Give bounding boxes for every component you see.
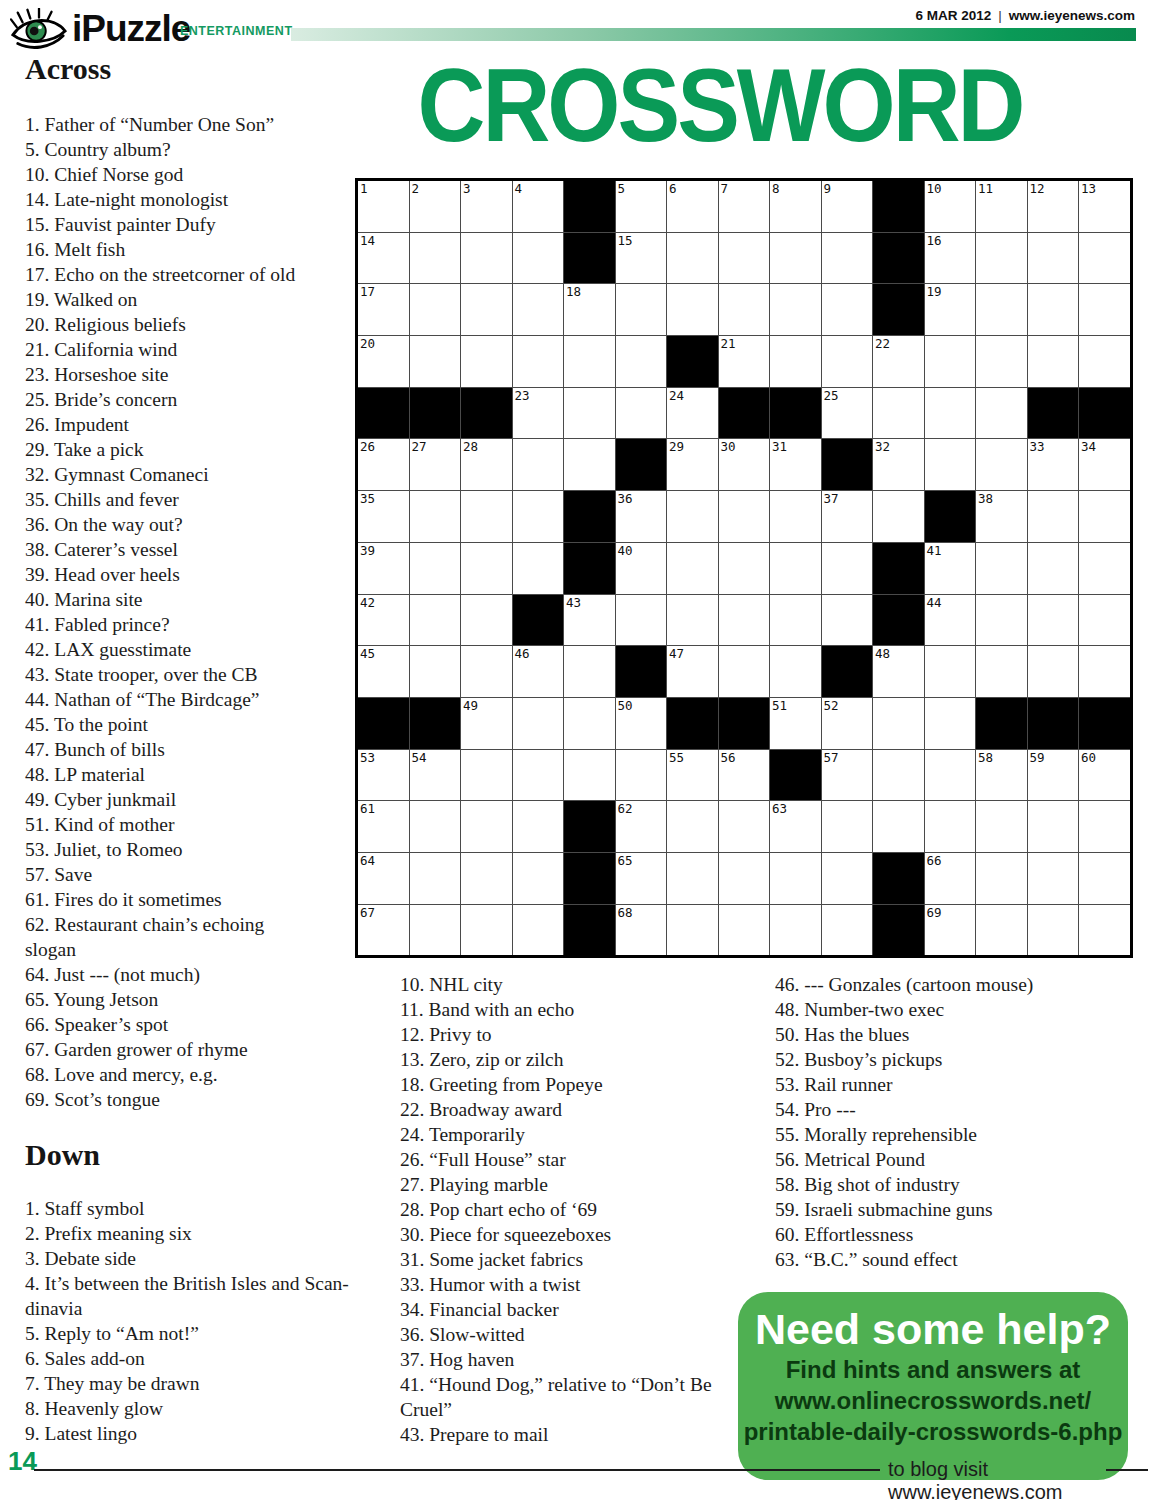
header-gradient-bar xyxy=(291,28,1136,41)
white-cell[interactable] xyxy=(513,284,564,335)
white-cell[interactable]: 17 xyxy=(358,284,409,335)
white-cell[interactable]: 18 xyxy=(564,284,615,335)
cell-number: 46 xyxy=(515,647,530,660)
white-cell[interactable] xyxy=(770,491,821,542)
black-cell xyxy=(616,439,667,490)
white-cell[interactable]: 6 xyxy=(667,181,718,232)
cell-number: 33 xyxy=(1030,440,1045,453)
white-cell[interactable] xyxy=(770,646,821,697)
white-cell[interactable] xyxy=(667,233,718,284)
white-cell[interactable] xyxy=(410,853,461,904)
cell-number: 34 xyxy=(1081,440,1096,453)
white-cell[interactable]: 67 xyxy=(358,905,409,956)
white-cell[interactable] xyxy=(410,233,461,284)
white-cell[interactable]: 55 xyxy=(667,750,718,801)
down-list-left: 1. Staff symbol2. Prefix meaning six3. D… xyxy=(25,1196,425,1446)
white-cell[interactable]: 58 xyxy=(976,750,1027,801)
white-cell[interactable] xyxy=(564,439,615,490)
white-cell[interactable] xyxy=(822,543,873,594)
white-cell[interactable] xyxy=(461,750,512,801)
black-cell xyxy=(770,388,821,439)
white-cell[interactable] xyxy=(513,905,564,956)
white-cell[interactable]: 16 xyxy=(925,233,976,284)
white-cell[interactable] xyxy=(513,491,564,542)
white-cell[interactable] xyxy=(564,646,615,697)
white-cell[interactable] xyxy=(1028,284,1079,335)
white-cell[interactable]: 35 xyxy=(358,491,409,542)
white-cell[interactable]: 10 xyxy=(925,181,976,232)
white-cell[interactable]: 21 xyxy=(719,336,770,387)
clue-item: 18. Greeting from Popeye xyxy=(400,1072,770,1097)
footer-blog-link[interactable]: to blog visit www.ieyenews.com xyxy=(888,1458,1159,1500)
white-cell[interactable] xyxy=(1028,853,1079,904)
white-cell[interactable]: 44 xyxy=(925,595,976,646)
white-cell[interactable] xyxy=(410,801,461,852)
white-cell[interactable]: 38 xyxy=(976,491,1027,542)
cell-number: 39 xyxy=(360,544,375,557)
site-link[interactable]: www.ieyenews.com xyxy=(1009,8,1135,23)
white-cell[interactable] xyxy=(410,284,461,335)
white-cell[interactable]: 51 xyxy=(770,698,821,749)
white-cell[interactable]: 32 xyxy=(873,439,924,490)
white-cell[interactable] xyxy=(667,801,718,852)
cell-number: 11 xyxy=(978,182,993,195)
clue-item: 65. Young Jetson xyxy=(25,987,370,1012)
white-cell[interactable] xyxy=(616,388,667,439)
cell-number: 1 xyxy=(360,182,368,195)
white-cell[interactable] xyxy=(873,388,924,439)
black-cell xyxy=(719,388,770,439)
white-cell[interactable] xyxy=(976,595,1027,646)
white-cell[interactable] xyxy=(1028,905,1079,956)
cell-number: 16 xyxy=(927,234,942,247)
white-cell[interactable] xyxy=(976,336,1027,387)
white-cell[interactable] xyxy=(513,801,564,852)
white-cell[interactable] xyxy=(925,336,976,387)
white-cell[interactable] xyxy=(513,233,564,284)
white-cell[interactable] xyxy=(461,801,512,852)
white-cell[interactable] xyxy=(770,543,821,594)
clue-item: 43. State trooper, over the CB xyxy=(25,662,370,687)
white-cell[interactable]: 40 xyxy=(616,543,667,594)
clue-item: 35. Chills and fever xyxy=(25,487,370,512)
white-cell[interactable] xyxy=(770,233,821,284)
white-cell[interactable] xyxy=(873,698,924,749)
white-cell[interactable] xyxy=(1079,801,1130,852)
white-cell[interactable] xyxy=(1028,646,1079,697)
help-box-url-line2[interactable]: printable-daily-crosswords-6.php xyxy=(738,1416,1128,1447)
white-cell[interactable]: 34 xyxy=(1079,439,1130,490)
white-cell[interactable]: 66 xyxy=(925,853,976,904)
white-cell[interactable]: 1 xyxy=(358,181,409,232)
clue-item: 14. Late-night monologist xyxy=(25,187,370,212)
down-list-middle: 10. NHL city11. Band with an echo12. Pri… xyxy=(400,972,770,1447)
footer-rule-right xyxy=(1106,1469,1148,1471)
clue-item: 29. Take a pick xyxy=(25,437,370,462)
white-cell[interactable] xyxy=(667,491,718,542)
white-cell[interactable]: 46 xyxy=(513,646,564,697)
white-cell[interactable]: 4 xyxy=(513,181,564,232)
clue-item: 42. LAX guesstimate xyxy=(25,637,370,662)
help-box: Need some help? Find hints and answers a… xyxy=(738,1292,1128,1480)
white-cell[interactable] xyxy=(719,491,770,542)
white-cell[interactable] xyxy=(976,801,1027,852)
black-cell xyxy=(1028,388,1079,439)
white-cell[interactable]: 39 xyxy=(358,543,409,594)
white-cell[interactable] xyxy=(616,336,667,387)
white-cell[interactable] xyxy=(925,801,976,852)
clue-item: 46. --- Gonzales (cartoon mouse) xyxy=(775,972,1159,997)
white-cell[interactable] xyxy=(564,698,615,749)
white-cell[interactable] xyxy=(410,905,461,956)
help-box-url-line1[interactable]: www.onlinecrosswords.net/ xyxy=(738,1385,1128,1416)
white-cell[interactable] xyxy=(873,801,924,852)
black-cell xyxy=(873,181,924,232)
cell-number: 61 xyxy=(360,802,375,815)
cell-number: 63 xyxy=(772,802,787,815)
white-cell[interactable] xyxy=(770,595,821,646)
white-cell[interactable] xyxy=(925,439,976,490)
black-cell xyxy=(513,595,564,646)
cell-number: 19 xyxy=(927,285,942,298)
white-cell[interactable]: 22 xyxy=(873,336,924,387)
white-cell[interactable] xyxy=(513,336,564,387)
white-cell[interactable]: 47 xyxy=(667,646,718,697)
clue-item: 62. Restaurant chain’s echoing slogan xyxy=(25,912,370,962)
white-cell[interactable] xyxy=(461,853,512,904)
white-cell[interactable]: 59 xyxy=(1028,750,1079,801)
black-cell xyxy=(822,646,873,697)
white-cell[interactable] xyxy=(873,491,924,542)
white-cell[interactable] xyxy=(410,543,461,594)
white-cell[interactable] xyxy=(513,750,564,801)
white-cell[interactable] xyxy=(719,646,770,697)
white-cell[interactable]: 43 xyxy=(564,595,615,646)
white-cell[interactable] xyxy=(719,801,770,852)
white-cell[interactable] xyxy=(976,543,1027,594)
clue-item: 27. Playing marble xyxy=(400,1172,770,1197)
white-cell[interactable] xyxy=(667,595,718,646)
clue-item: 53. Rail runner xyxy=(775,1072,1159,1097)
white-cell[interactable] xyxy=(822,336,873,387)
white-cell[interactable]: 63 xyxy=(770,801,821,852)
cell-number: 38 xyxy=(978,492,993,505)
white-cell[interactable]: 56 xyxy=(719,750,770,801)
white-cell[interactable]: 50 xyxy=(616,698,667,749)
clue-item: 20. Religious beliefs xyxy=(25,312,370,337)
white-cell[interactable]: 2 xyxy=(410,181,461,232)
white-cell[interactable] xyxy=(925,646,976,697)
white-cell[interactable] xyxy=(925,750,976,801)
white-cell[interactable] xyxy=(822,801,873,852)
white-cell[interactable]: 26 xyxy=(358,439,409,490)
cell-number: 52 xyxy=(824,699,839,712)
white-cell[interactable] xyxy=(770,853,821,904)
clue-item: 66. Speaker’s spot xyxy=(25,1012,370,1037)
white-cell[interactable]: 48 xyxy=(873,646,924,697)
white-cell[interactable]: 61 xyxy=(358,801,409,852)
clue-item: 28. Pop chart echo of ‘69 xyxy=(400,1197,770,1222)
white-cell[interactable] xyxy=(976,388,1027,439)
cell-number: 68 xyxy=(618,906,633,919)
white-cell[interactable] xyxy=(873,750,924,801)
white-cell[interactable] xyxy=(461,646,512,697)
white-cell[interactable] xyxy=(410,336,461,387)
white-cell[interactable]: 29 xyxy=(667,439,718,490)
white-cell[interactable]: 24 xyxy=(667,388,718,439)
across-list: 1. Father of “Number One Son”5. Country … xyxy=(25,112,370,1112)
clue-item: 64. Just --- (not much) xyxy=(25,962,370,987)
clue-item: 36. On the way out? xyxy=(25,512,370,537)
white-cell[interactable]: 5 xyxy=(616,181,667,232)
clue-item: 11. Band with an echo xyxy=(400,997,770,1022)
white-cell[interactable] xyxy=(976,439,1027,490)
white-cell[interactable] xyxy=(410,491,461,542)
white-cell[interactable] xyxy=(1028,595,1079,646)
white-cell[interactable]: 49 xyxy=(461,698,512,749)
clue-item: 44. Nathan of “The Birdcage” xyxy=(25,687,370,712)
white-cell[interactable] xyxy=(976,905,1027,956)
white-cell[interactable] xyxy=(1079,595,1130,646)
white-cell[interactable] xyxy=(976,233,1027,284)
cell-number: 42 xyxy=(360,596,375,609)
cell-number: 53 xyxy=(360,751,375,764)
cell-number: 64 xyxy=(360,854,375,867)
cell-number: 25 xyxy=(824,389,839,402)
white-cell[interactable] xyxy=(513,853,564,904)
white-cell[interactable] xyxy=(770,336,821,387)
clue-item: 23. Horseshoe site xyxy=(25,362,370,387)
white-cell[interactable] xyxy=(822,905,873,956)
white-cell[interactable] xyxy=(719,905,770,956)
black-cell xyxy=(822,439,873,490)
white-cell[interactable] xyxy=(822,233,873,284)
white-cell[interactable]: 11 xyxy=(976,181,1027,232)
white-cell[interactable]: 14 xyxy=(358,233,409,284)
cell-number: 32 xyxy=(875,440,890,453)
cell-number: 67 xyxy=(360,906,375,919)
white-cell[interactable] xyxy=(667,543,718,594)
cell-number: 31 xyxy=(772,440,787,453)
cell-number: 49 xyxy=(463,699,478,712)
clue-item: 53. Juliet, to Romeo xyxy=(25,837,370,862)
white-cell[interactable]: 19 xyxy=(925,284,976,335)
black-cell xyxy=(564,853,615,904)
white-cell[interactable] xyxy=(461,233,512,284)
white-cell[interactable] xyxy=(770,905,821,956)
white-cell[interactable]: 52 xyxy=(822,698,873,749)
black-cell xyxy=(564,905,615,956)
white-cell[interactable] xyxy=(513,439,564,490)
white-cell[interactable] xyxy=(461,284,512,335)
eye-logo-icon xyxy=(10,8,68,54)
white-cell[interactable]: 33 xyxy=(1028,439,1079,490)
white-cell[interactable]: 65 xyxy=(616,853,667,904)
white-cell[interactable] xyxy=(461,905,512,956)
white-cell[interactable] xyxy=(1079,646,1130,697)
clue-item: 17. Echo on the streetcorner of old xyxy=(25,262,370,287)
white-cell[interactable] xyxy=(513,698,564,749)
white-cell[interactable] xyxy=(925,698,976,749)
black-cell xyxy=(873,853,924,904)
cell-number: 69 xyxy=(927,906,942,919)
white-cell[interactable] xyxy=(667,905,718,956)
white-cell[interactable]: 36 xyxy=(616,491,667,542)
white-cell[interactable]: 27 xyxy=(410,439,461,490)
white-cell[interactable] xyxy=(1079,853,1130,904)
clue-item: 37. Hog haven xyxy=(400,1347,770,1372)
white-cell[interactable]: 23 xyxy=(513,388,564,439)
white-cell[interactable] xyxy=(719,543,770,594)
white-cell[interactable]: 45 xyxy=(358,646,409,697)
cell-number: 22 xyxy=(875,337,890,350)
clue-item: 36. Slow-witted xyxy=(400,1322,770,1347)
cell-number: 30 xyxy=(721,440,736,453)
black-cell xyxy=(410,698,461,749)
cell-number: 47 xyxy=(669,647,684,660)
section-label: ENTERTAINMENT xyxy=(180,24,293,38)
white-cell[interactable] xyxy=(1079,284,1130,335)
clue-item: 9. Latest lingo xyxy=(25,1421,425,1446)
clue-item: 1. Staff symbol xyxy=(25,1196,425,1221)
white-cell[interactable] xyxy=(1028,336,1079,387)
clue-item: 31. Some jacket fabrics xyxy=(400,1247,770,1272)
clue-item: 57. Save xyxy=(25,862,370,887)
white-cell[interactable] xyxy=(1028,543,1079,594)
white-cell[interactable]: 31 xyxy=(770,439,821,490)
white-cell[interactable]: 25 xyxy=(822,388,873,439)
white-cell[interactable]: 20 xyxy=(358,336,409,387)
cell-number: 21 xyxy=(721,337,736,350)
white-cell[interactable]: 54 xyxy=(410,750,461,801)
white-cell[interactable] xyxy=(719,595,770,646)
cell-number: 26 xyxy=(360,440,375,453)
date-separator: | xyxy=(998,8,1002,23)
white-cell[interactable]: 15 xyxy=(616,233,667,284)
white-cell[interactable] xyxy=(976,853,1027,904)
white-cell[interactable]: 68 xyxy=(616,905,667,956)
white-cell[interactable] xyxy=(513,543,564,594)
footer-rule-left xyxy=(34,1469,880,1471)
cell-number: 27 xyxy=(412,440,427,453)
black-cell xyxy=(358,388,409,439)
white-cell[interactable] xyxy=(1079,336,1130,387)
white-cell[interactable] xyxy=(667,853,718,904)
clue-item: 41. Fabled prince? xyxy=(25,612,370,637)
white-cell[interactable] xyxy=(410,595,461,646)
cell-number: 57 xyxy=(824,751,839,764)
white-cell[interactable]: 37 xyxy=(822,491,873,542)
cell-number: 4 xyxy=(515,182,523,195)
black-cell xyxy=(564,543,615,594)
black-cell xyxy=(461,388,512,439)
white-cell[interactable]: 28 xyxy=(461,439,512,490)
clue-item: 21. California wind xyxy=(25,337,370,362)
white-cell[interactable] xyxy=(976,646,1027,697)
white-cell[interactable] xyxy=(976,284,1027,335)
white-cell[interactable] xyxy=(461,336,512,387)
white-cell[interactable]: 12 xyxy=(1028,181,1079,232)
white-cell[interactable] xyxy=(1028,801,1079,852)
white-cell[interactable] xyxy=(616,750,667,801)
white-cell[interactable] xyxy=(822,853,873,904)
white-cell[interactable]: 9 xyxy=(822,181,873,232)
white-cell[interactable] xyxy=(1079,905,1130,956)
clue-item: 39. Head over heels xyxy=(25,562,370,587)
black-cell xyxy=(873,233,924,284)
white-cell[interactable]: 41 xyxy=(925,543,976,594)
white-cell[interactable]: 62 xyxy=(616,801,667,852)
black-cell xyxy=(564,181,615,232)
white-cell[interactable] xyxy=(564,750,615,801)
white-cell[interactable] xyxy=(616,595,667,646)
clue-item: 10. Chief Norse god xyxy=(25,162,370,187)
white-cell[interactable]: 8 xyxy=(770,181,821,232)
white-cell[interactable] xyxy=(1028,233,1079,284)
white-cell[interactable]: 60 xyxy=(1079,750,1130,801)
white-cell[interactable] xyxy=(925,388,976,439)
clue-item: 16. Melt fish xyxy=(25,237,370,262)
down-list-right: 46. --- Gonzales (cartoon mouse)48. Numb… xyxy=(775,972,1159,1272)
white-cell[interactable] xyxy=(770,284,821,335)
white-cell[interactable]: 30 xyxy=(719,439,770,490)
white-cell[interactable] xyxy=(461,543,512,594)
white-cell[interactable] xyxy=(410,646,461,697)
white-cell[interactable] xyxy=(1079,233,1130,284)
black-cell xyxy=(358,698,409,749)
date-text: 6 MAR 2012 xyxy=(915,8,991,23)
white-cell[interactable]: 64 xyxy=(358,853,409,904)
white-cell[interactable] xyxy=(461,491,512,542)
white-cell[interactable] xyxy=(822,284,873,335)
white-cell[interactable]: 42 xyxy=(358,595,409,646)
clue-item: 8. Heavenly glow xyxy=(25,1396,425,1421)
cell-number: 24 xyxy=(669,389,684,402)
white-cell[interactable] xyxy=(616,284,667,335)
cell-number: 3 xyxy=(463,182,471,195)
clue-item: 3. Debate side xyxy=(25,1246,425,1271)
clue-item: 45. To the point xyxy=(25,712,370,737)
white-cell[interactable]: 13 xyxy=(1079,181,1130,232)
white-cell[interactable] xyxy=(719,284,770,335)
white-cell[interactable]: 57 xyxy=(822,750,873,801)
white-cell[interactable] xyxy=(719,233,770,284)
clue-item: 56. Metrical Pound xyxy=(775,1147,1159,1172)
black-cell xyxy=(719,698,770,749)
white-cell[interactable] xyxy=(822,595,873,646)
cell-number: 37 xyxy=(824,492,839,505)
white-cell[interactable] xyxy=(1079,543,1130,594)
white-cell[interactable] xyxy=(564,388,615,439)
white-cell[interactable] xyxy=(564,336,615,387)
clue-item: 63. “B.C.” sound effect xyxy=(775,1247,1159,1272)
cell-number: 65 xyxy=(618,854,633,867)
clue-item: 15. Fauvist painter Dufy xyxy=(25,212,370,237)
clue-item: 52. Busboy’s pickups xyxy=(775,1047,1159,1072)
white-cell[interactable] xyxy=(1079,491,1130,542)
clue-item: 13. Zero, zip or zilch xyxy=(400,1047,770,1072)
white-cell[interactable] xyxy=(1028,491,1079,542)
white-cell[interactable] xyxy=(461,595,512,646)
white-cell[interactable] xyxy=(667,284,718,335)
white-cell[interactable]: 3 xyxy=(461,181,512,232)
white-cell[interactable]: 7 xyxy=(719,181,770,232)
cell-number: 45 xyxy=(360,647,375,660)
white-cell[interactable]: 53 xyxy=(358,750,409,801)
white-cell[interactable] xyxy=(719,853,770,904)
cell-number: 14 xyxy=(360,234,375,247)
white-cell[interactable]: 69 xyxy=(925,905,976,956)
